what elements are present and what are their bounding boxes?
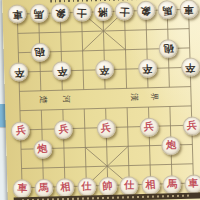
- red-piece-馬[interactable]: 馬: [162, 175, 182, 195]
- black-piece-士[interactable]: 士: [115, 1, 135, 21]
- piece-layer: 車馬象士將士象馬車砲砲卒卒卒卒卒兵兵兵兵兵炮炮車馬相仕帥仕相馬車: [6, 0, 200, 199]
- black-piece-卒[interactable]: 卒: [9, 63, 29, 83]
- black-piece-車[interactable]: 車: [179, 0, 199, 19]
- red-piece-兵[interactable]: 兵: [182, 116, 200, 136]
- black-piece-象[interactable]: 象: [50, 3, 70, 23]
- red-piece-兵[interactable]: 兵: [11, 121, 31, 141]
- red-piece-仕[interactable]: 仕: [120, 176, 140, 196]
- black-piece-砲[interactable]: 砲: [30, 43, 50, 63]
- red-piece-車[interactable]: 車: [184, 174, 200, 194]
- black-piece-象[interactable]: 象: [136, 1, 156, 21]
- black-piece-卒[interactable]: 卒: [181, 58, 200, 78]
- red-piece-兵[interactable]: 兵: [139, 117, 159, 137]
- black-piece-卒[interactable]: 卒: [95, 60, 115, 80]
- black-piece-卒[interactable]: 卒: [138, 59, 158, 79]
- red-piece-兵[interactable]: 兵: [54, 120, 74, 140]
- red-piece-炮[interactable]: 炮: [161, 136, 181, 156]
- red-piece-相[interactable]: 相: [55, 178, 75, 198]
- black-piece-車[interactable]: 車: [8, 4, 28, 24]
- red-piece-馬[interactable]: 馬: [34, 178, 54, 198]
- red-piece-相[interactable]: 相: [141, 175, 161, 195]
- red-piece-車[interactable]: 車: [12, 179, 32, 199]
- red-piece-仕[interactable]: 仕: [77, 177, 97, 197]
- black-piece-砲[interactable]: 砲: [159, 39, 179, 59]
- black-piece-馬[interactable]: 馬: [29, 4, 49, 24]
- xiangqi-board[interactable]: 楚 河 漢 界 車馬象士將士象馬車砲砲卒卒卒卒卒兵兵兵兵兵炮炮車馬相仕帥仕相馬車: [2, 0, 200, 200]
- black-piece-卒[interactable]: 卒: [52, 61, 72, 81]
- photo-background: 楚 河 漢 界 車馬象士將士象馬車砲砲卒卒卒卒卒兵兵兵兵兵炮炮車馬相仕帥仕相馬車: [0, 0, 200, 200]
- board-grid-box: 楚 河 漢 界 車馬象士將士象馬車砲砲卒卒卒卒卒兵兵兵兵兵炮炮車馬相仕帥仕相馬車: [6, 0, 200, 199]
- red-piece-兵[interactable]: 兵: [97, 118, 117, 138]
- black-piece-馬[interactable]: 馬: [158, 0, 178, 20]
- red-piece-帥[interactable]: 帥: [98, 176, 118, 196]
- black-piece-士[interactable]: 士: [72, 3, 92, 23]
- black-piece-將[interactable]: 將: [93, 2, 113, 22]
- red-piece-炮[interactable]: 炮: [33, 139, 53, 159]
